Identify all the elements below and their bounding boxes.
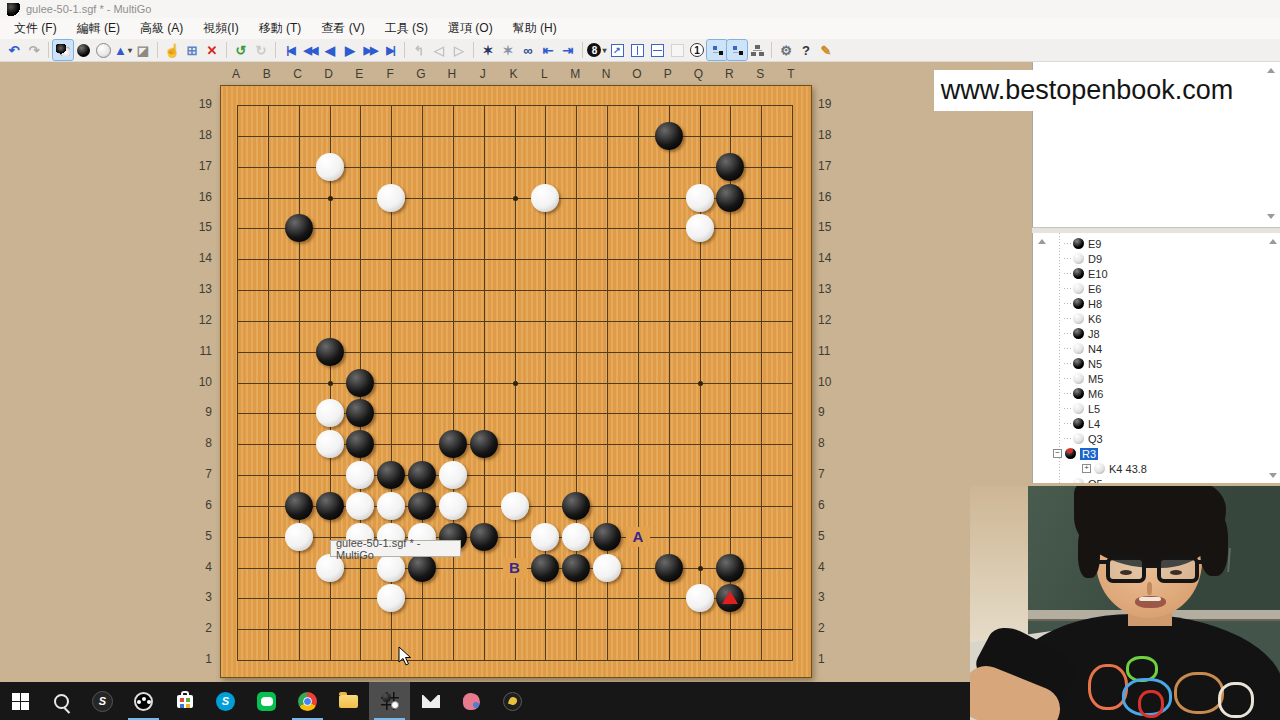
find-button[interactable]: ∞ (518, 40, 538, 60)
coord-col-O: O (629, 67, 645, 81)
last-move-triangle-marker (722, 591, 738, 604)
tree-view-stones-button[interactable] (707, 40, 727, 60)
coord-row-left-14: 14 (188, 251, 212, 265)
window-title: gulee-50-1.sgf * - MultiGo (26, 3, 151, 15)
move-tree-row-D9[interactable]: D9 (1033, 251, 1266, 266)
variation-letter-B[interactable]: B (503, 558, 527, 578)
tree-move-label[interactable]: K6 (1088, 313, 1101, 325)
menu-item-7[interactable]: 選項 (O) (438, 18, 503, 39)
coord-row-left-16: 16 (188, 190, 212, 204)
coord-row-right-9: 9 (818, 405, 842, 419)
taskbar-paint-icon[interactable] (451, 682, 492, 720)
website-banner: www.bestopenbook.com (934, 70, 1240, 111)
redo-button[interactable]: ↷ (24, 40, 44, 60)
stone-white-D17 (316, 153, 344, 181)
stone-black-E8 (346, 430, 374, 458)
stone-black-M4 (562, 554, 590, 582)
coord-row-right-11: 11 (818, 344, 842, 358)
tree-move-label[interactable]: N5 (1088, 358, 1102, 370)
stone-white-L5 (531, 523, 559, 551)
find-black-move-button[interactable]: ✶ (478, 40, 498, 60)
settings-wrench-button[interactable]: ⚙ (776, 40, 796, 60)
taskbar-chrome-icon[interactable] (287, 682, 328, 720)
black-stone-tool-icon (77, 44, 90, 57)
toolbar-separator (771, 42, 772, 58)
tree-move-label[interactable]: E6 (1088, 283, 1101, 295)
export-diagram-icon: ↗ (611, 44, 624, 57)
move-tree-row-N4[interactable]: N4 (1033, 341, 1266, 356)
coord-row-left-8: 8 (188, 436, 212, 450)
person-hair (1078, 524, 1100, 578)
tree-stone-black (1073, 268, 1084, 279)
eraser-tool-button[interactable]: ◪ (133, 40, 153, 60)
person-eye (1170, 570, 1182, 575)
stone-white-D8 (316, 430, 344, 458)
tree-dash (1064, 348, 1071, 349)
delete-node-icon: ✕ (207, 43, 218, 58)
go-first-icon: |◀ (286, 44, 294, 57)
taskbar-media-player-icon[interactable] (492, 682, 533, 720)
step-back-button[interactable]: ◀ (320, 40, 340, 60)
stone-black-N5 (593, 523, 621, 551)
coord-col-T: T (783, 67, 799, 81)
find-white-move-icon: ✶ (503, 43, 514, 58)
move-tree-list: E9D9E10E6H8K6J8N4N5M5M6L5L4Q3−R3+K4 43.8… (1033, 236, 1266, 483)
person-eye (1120, 570, 1132, 575)
move-tree-row-O5[interactable]: O5 (1033, 476, 1266, 483)
taskbar-multigo-icon[interactable] (369, 682, 410, 720)
tree-move-label[interactable]: E10 (1088, 268, 1108, 280)
tree-dash (1064, 408, 1071, 409)
setup-board-button[interactable]: ⊞ (182, 40, 202, 60)
star-point (698, 566, 703, 571)
move-tree-row-M6[interactable]: M6 (1033, 386, 1266, 401)
grid-line-h (237, 537, 793, 538)
tree-stone-white (1073, 343, 1084, 354)
coord-row-right-5: 5 (818, 529, 842, 543)
split-vertical-button[interactable] (627, 40, 647, 60)
stone-black-F7 (377, 461, 405, 489)
fast-back-icon: ◀◀ (304, 44, 317, 57)
stone-black-J5 (470, 523, 498, 551)
mouse-cursor (398, 646, 414, 670)
mark-tool-dropdown-icon[interactable]: ▾ (128, 46, 132, 55)
stone-white-E7 (346, 461, 374, 489)
coord-row-right-14: 14 (818, 251, 842, 265)
stone-white-D9 (316, 399, 344, 427)
stone-white-Q15 (686, 214, 714, 242)
tree-move-label[interactable]: J8 (1088, 328, 1100, 340)
tree-scroll-up[interactable] (1269, 239, 1277, 244)
single-view-button[interactable] (667, 40, 687, 60)
coord-row-left-7: 7 (188, 467, 212, 481)
stone-black-D11 (316, 338, 344, 366)
step-forward-icon: ▶ (345, 43, 355, 58)
redo-icon: ↷ (29, 43, 40, 58)
toolbar-separator (226, 42, 227, 58)
grid-line-h (237, 660, 793, 661)
tree-dash (1064, 258, 1071, 259)
move-tree-row-R3[interactable]: −R3 (1033, 446, 1266, 461)
menu-item-4[interactable]: 移動 (T) (249, 18, 312, 39)
tree-dash (1064, 378, 1071, 379)
tree-dash (1064, 273, 1071, 274)
tree-stone-black (1073, 388, 1084, 399)
undo-icon: ↶ (9, 43, 20, 58)
tree-dash (1064, 363, 1071, 364)
coord-col-A: A (228, 67, 244, 81)
star-point (698, 381, 703, 386)
coord-row-left-17: 17 (188, 159, 212, 173)
stone-black-G7 (408, 461, 436, 489)
tree-view-compact-button[interactable] (727, 40, 747, 60)
coord-row-right-16: 16 (818, 190, 842, 204)
tree-move-label[interactable]: L5 (1088, 403, 1100, 415)
coord-row-right-12: 12 (818, 313, 842, 327)
toolbar-separator (404, 42, 405, 58)
tree-stone-black (1073, 298, 1084, 309)
stone-black-G6 (408, 492, 436, 520)
move-tree-row-K4[interactable]: +K4 43.8 (1033, 461, 1266, 476)
taskbar-file-explorer-icon[interactable] (328, 682, 369, 720)
coord-row-left-9: 9 (188, 405, 212, 419)
coord-row-right-2: 2 (818, 621, 842, 635)
find-next-icon: ⇥ (563, 43, 574, 58)
stone-white-E6 (346, 492, 374, 520)
coord-row-right-3: 3 (818, 590, 842, 604)
coord-row-left-10: 10 (188, 375, 212, 389)
setup-board-icon: ⊞ (187, 43, 198, 58)
settings-wrench-icon: ⚙ (780, 43, 792, 58)
tree-move-label[interactable]: O5 (1088, 478, 1103, 484)
go-last-button[interactable]: ▶| (380, 40, 400, 60)
coord-row-right-17: 17 (818, 159, 842, 173)
tree-layout-button[interactable] (747, 40, 767, 60)
find-icon: ∞ (523, 43, 532, 58)
coord-col-P: P (660, 67, 676, 81)
coord-row-right-10: 10 (818, 375, 842, 389)
coord-col-F: F (382, 67, 398, 81)
tree-stone-white (1073, 478, 1084, 483)
find-prev-button[interactable]: ⇤ (538, 40, 558, 60)
stone-black-R4 (716, 554, 744, 582)
move-tree-row-J8[interactable]: J8 (1033, 326, 1266, 341)
menu-item-3[interactable]: 視頻(I) (193, 18, 248, 39)
toolbar: ↶↷▲▾◪☝⊞✕↺↻|◀◀◀◀▶▶▶▶|↰◁▷✶✶∞⇤⇥8▾↗1⚙?✎ (0, 39, 1280, 62)
taskbar-skype-icon[interactable]: S (205, 682, 246, 720)
person-mouth (1135, 596, 1166, 608)
stone-white-F16 (377, 184, 405, 212)
export-diagram-button[interactable]: ↗ (607, 40, 627, 60)
grid-line-h (237, 475, 793, 476)
move-number-display-icon: 8 (587, 43, 601, 57)
grid-line-v (638, 105, 639, 661)
tree-dash (1064, 423, 1071, 424)
coord-col-K: K (506, 67, 522, 81)
coord-row-left-4: 4 (188, 560, 212, 574)
stone-white-F6 (377, 492, 405, 520)
tree-stone-white (1073, 373, 1084, 384)
move-tree-row-L5[interactable]: L5 (1033, 401, 1266, 416)
tree-stone-black (1073, 418, 1084, 429)
tree-stone-white (1073, 313, 1084, 324)
move-tree-row-K6[interactable]: K6 (1033, 311, 1266, 326)
shirt-print (1218, 682, 1254, 718)
expand-icon[interactable]: + (1082, 464, 1091, 473)
taskbar-start-icon[interactable] (0, 682, 41, 720)
collapse-icon[interactable]: − (1053, 449, 1062, 458)
tree-move-label[interactable]: E9 (1088, 238, 1101, 250)
webcam-overlay (970, 486, 1280, 720)
fast-forward-icon: ▶▶ (364, 44, 377, 57)
move-tree-row-E6[interactable]: E6 (1033, 281, 1266, 296)
glasses-temple (1096, 560, 1107, 564)
prev-variation-button[interactable]: ◁ (429, 40, 449, 60)
coord-row-left-18: 18 (188, 128, 212, 142)
coord-col-J: J (475, 67, 491, 81)
menu-item-2[interactable]: 高級 (A) (130, 18, 193, 39)
mark-tool-button[interactable]: ▲▾ (113, 40, 133, 60)
white-stone-tool-icon (96, 43, 111, 58)
black-stone-tool-button[interactable] (73, 40, 93, 60)
coord-row-left-11: 11 (188, 344, 212, 358)
delete-node-button[interactable]: ✕ (202, 40, 222, 60)
shirt-print (1174, 672, 1224, 714)
stone-black-D6 (316, 492, 344, 520)
star-point (328, 381, 333, 386)
fast-back-button[interactable]: ◀◀ (300, 40, 320, 60)
coord-col-R: R (721, 67, 737, 81)
move-tree-row-E10[interactable]: E10 (1033, 266, 1266, 281)
menu-item-8[interactable]: 幫助 (H) (503, 18, 567, 39)
stone-white-N4 (593, 554, 621, 582)
menu-bar: 文件 (F)編輯 (E)高級 (A)視頻(I)移動 (T)查看 (V)工具 (S… (0, 18, 1280, 39)
mark-tool-icon: ▲ (114, 43, 127, 58)
tree-view-stones-icon (711, 44, 724, 57)
grid-line-v (761, 105, 762, 661)
person-nose (1147, 582, 1152, 595)
tree-dash (1064, 288, 1071, 289)
tree-stone-white (1073, 403, 1084, 414)
coord-col-B: B (259, 67, 275, 81)
split-horizontal-button[interactable] (647, 40, 667, 60)
show-move-one-icon: 1 (690, 43, 704, 57)
variation-letter-A[interactable]: A (626, 527, 650, 547)
stone-white-H6 (439, 492, 467, 520)
play-mode-button[interactable] (53, 40, 73, 60)
coord-col-N: N (598, 67, 614, 81)
coord-row-left-2: 2 (188, 621, 212, 635)
taskbar-obs-icon[interactable] (123, 682, 164, 720)
coord-row-right-6: 6 (818, 498, 842, 512)
coord-col-S: S (752, 67, 768, 81)
menu-item-6[interactable]: 工具 (S) (375, 18, 438, 39)
coord-row-left-12: 12 (188, 313, 212, 327)
stone-white-Q3 (686, 584, 714, 612)
move-tree-row-H8[interactable]: H8 (1033, 296, 1266, 311)
grid-line-h (237, 629, 793, 630)
taskbar-sogou-icon[interactable]: S (82, 682, 123, 720)
fast-forward-button[interactable]: ▶▶ (360, 40, 380, 60)
stone-white-M5 (562, 523, 590, 551)
move-tree-panel[interactable]: E9D9E10E6H8K6J8N4N5M5M6L5L4Q3−R3+K4 43.8… (1032, 233, 1280, 483)
coord-col-Q: Q (691, 67, 707, 81)
stone-white-Q16 (686, 184, 714, 212)
comment-scroll-up[interactable] (1267, 68, 1275, 73)
toolbar-separator (275, 42, 276, 58)
taskbar-line-icon[interactable] (246, 682, 287, 720)
toolbar-separator (157, 42, 158, 58)
coord-row-left-3: 3 (188, 590, 212, 604)
tree-move-label[interactable]: K4 43.8 (1109, 463, 1147, 475)
coord-row-right-15: 15 (818, 220, 842, 234)
tree-stone-white (1073, 283, 1084, 294)
title-bar: gulee-50-1.sgf * - MultiGo (0, 0, 1280, 18)
go-first-button[interactable]: |◀ (280, 40, 300, 60)
tree-move-label[interactable]: R3 (1080, 448, 1098, 460)
toolbar-separator (473, 42, 474, 58)
coord-row-right-8: 8 (818, 436, 842, 450)
tree-dash (1064, 243, 1071, 244)
undo-button[interactable]: ↶ (4, 40, 24, 60)
menu-item-0[interactable]: 文件 (F) (4, 18, 67, 39)
coord-row-right-19: 19 (818, 97, 842, 111)
tree-stone-white (1073, 433, 1084, 444)
tree-move-label[interactable]: L4 (1088, 418, 1100, 430)
play-mode-icon (56, 44, 70, 56)
tree-move-label[interactable]: N4 (1088, 343, 1102, 355)
coord-row-left-19: 19 (188, 97, 212, 111)
move-tree-row-E9[interactable]: E9 (1033, 236, 1266, 251)
person-hair (1200, 512, 1228, 576)
stone-black-M6 (562, 492, 590, 520)
prev-variation-icon: ◁ (434, 43, 444, 58)
tree-view-compact-icon (731, 44, 744, 57)
single-view-icon (671, 44, 684, 57)
split-horizontal-icon (651, 44, 664, 57)
coord-col-C: C (290, 67, 306, 81)
coord-row-right-7: 7 (818, 467, 842, 481)
find-prev-icon: ⇤ (543, 43, 554, 58)
step-back-icon: ◀ (325, 43, 335, 58)
find-black-move-icon: ✶ (483, 43, 494, 58)
stone-white-L16 (531, 184, 559, 212)
coord-col-H: H (444, 67, 460, 81)
tree-move-label[interactable]: M6 (1088, 388, 1103, 400)
jump-back-button[interactable]: ↺ (231, 40, 251, 60)
stone-black-R3 (716, 584, 744, 612)
stone-black-C15 (285, 214, 313, 242)
tree-stone-white (1073, 253, 1084, 264)
toolbar-separator (582, 42, 583, 58)
tree-stone-black (1073, 238, 1084, 249)
find-white-move-button[interactable]: ✶ (498, 40, 518, 60)
stone-black-R16 (716, 184, 744, 212)
stone-query-icon: ? (802, 43, 810, 58)
find-next-button[interactable]: ⇥ (558, 40, 578, 60)
show-move-one-button[interactable]: 1 (687, 40, 707, 60)
go-board[interactable]: AB (220, 85, 812, 678)
go-last-icon: ▶| (386, 44, 394, 57)
tree-dash (1064, 303, 1071, 304)
coord-col-E: E (351, 67, 367, 81)
move-number-display-button[interactable]: 8▾ (587, 40, 607, 60)
stone-black-R17 (716, 153, 744, 181)
tree-dash (1064, 318, 1071, 319)
taskbar-mail-icon[interactable] (410, 682, 451, 720)
glasses-temple (1198, 560, 1211, 564)
eraser-tool-icon: ◪ (137, 43, 149, 58)
stone-black-E9 (346, 399, 374, 427)
move-number-display-dropdown-icon[interactable]: ▾ (602, 46, 606, 55)
toolbar-separator (48, 42, 49, 58)
jump-forward-icon: ↻ (256, 43, 267, 58)
tree-move-label[interactable]: H8 (1088, 298, 1102, 310)
coord-row-left-15: 15 (188, 220, 212, 234)
tree-stone-white (1094, 463, 1105, 474)
multigo-window: gulee-50-1.sgf * - MultiGo 文件 (F)編輯 (E)高… (0, 0, 1280, 720)
stone-black-P4 (655, 554, 683, 582)
move-tree-row-L4[interactable]: L4 (1033, 416, 1266, 431)
coord-row-left-1: 1 (188, 652, 212, 666)
step-forward-button[interactable]: ▶ (340, 40, 360, 60)
annotate-brush-icon: ✎ (821, 43, 832, 58)
move-tree-row-N5[interactable]: N5 (1033, 356, 1266, 371)
stone-query-button[interactable]: ? (796, 40, 816, 60)
tree-move-label[interactable]: Q3 (1088, 433, 1103, 445)
coord-row-left-13: 13 (188, 282, 212, 296)
tree-dash (1064, 438, 1071, 439)
coord-row-left-6: 6 (188, 498, 212, 512)
tree-layout-icon (751, 44, 764, 57)
window-tooltip: gulee-50-1.sgf * - MultiGo (330, 540, 461, 557)
pan-hand-icon: ☝ (164, 43, 180, 58)
stone-white-H7 (439, 461, 467, 489)
taskbar-search-icon[interactable] (41, 682, 82, 720)
coord-col-D: D (321, 67, 337, 81)
move-tree-row-Q3[interactable]: Q3 (1033, 431, 1266, 446)
tree-stone-black (1065, 448, 1076, 459)
taskbar-ms-store-icon[interactable] (164, 682, 205, 720)
parent-node-icon: ↰ (414, 43, 425, 58)
annotate-brush-button[interactable]: ✎ (816, 40, 836, 60)
next-variation-button[interactable]: ▷ (449, 40, 469, 60)
stone-black-E10 (346, 369, 374, 397)
star-point (513, 196, 518, 201)
coord-row-right-4: 4 (818, 560, 842, 574)
tree-move-label[interactable]: D9 (1088, 253, 1102, 265)
menu-item-1[interactable]: 編輯 (E) (67, 18, 130, 39)
comment-scroll-down[interactable] (1267, 214, 1275, 219)
tree-move-label[interactable]: M5 (1088, 373, 1103, 385)
stone-white-C5 (285, 523, 313, 551)
coord-row-right-18: 18 (818, 128, 842, 142)
move-tree-row-M5[interactable]: M5 (1033, 371, 1266, 386)
jump-forward-button[interactable]: ↻ (251, 40, 271, 60)
coord-col-M: M (567, 67, 583, 81)
shirt-print (1138, 690, 1164, 718)
menu-item-5[interactable]: 查看 (V) (311, 18, 374, 39)
white-stone-tool-button[interactable] (93, 40, 113, 60)
stone-black-J8 (470, 430, 498, 458)
tree-dash (1064, 393, 1071, 394)
parent-node-button[interactable]: ↰ (409, 40, 429, 60)
tree-scroll-down[interactable] (1269, 473, 1277, 478)
tree-dash (1064, 333, 1071, 334)
stone-black-P18 (655, 122, 683, 150)
jump-back-icon: ↺ (236, 43, 247, 58)
pan-hand-button[interactable]: ☝ (162, 40, 182, 60)
